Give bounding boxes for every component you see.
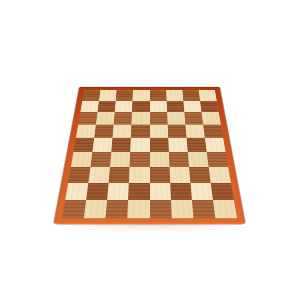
board-square-r7c5 — [150, 167, 170, 183]
board-square-r9c5 — [150, 200, 172, 218]
board-square-r9c1 — [62, 200, 86, 218]
board-square-r1c4 — [133, 90, 150, 101]
board-square-r9c8 — [213, 200, 237, 218]
board-square-r3c5 — [150, 112, 168, 124]
board-square-r2c8 — [200, 101, 219, 113]
board-square-r9c6 — [171, 200, 194, 218]
board-square-r3c3 — [114, 112, 132, 124]
board-square-r7c2 — [88, 167, 110, 183]
board-square-r7c6 — [169, 167, 190, 183]
board-square-r2c3 — [115, 101, 133, 113]
board-grid — [62, 90, 237, 219]
board-square-r5c3 — [111, 138, 131, 152]
board-square-r8c8 — [211, 183, 234, 200]
board-square-r4c7 — [185, 125, 205, 138]
board-square-r5c8 — [205, 138, 226, 152]
board-square-r9c4 — [128, 200, 150, 218]
board-square-r1c7 — [182, 90, 200, 101]
board-perspective-wrap — [54, 87, 245, 224]
board-square-r1c3 — [116, 90, 133, 101]
board-square-r1c2 — [99, 90, 117, 101]
board-square-r2c4 — [132, 101, 149, 113]
board-square-r8c6 — [170, 183, 192, 200]
board-square-r5c4 — [130, 138, 149, 152]
board-square-r8c7 — [190, 183, 213, 200]
board-square-r2c2 — [98, 101, 116, 113]
board-square-r6c6 — [169, 152, 189, 167]
board-square-r6c8 — [207, 152, 229, 167]
board-square-r6c7 — [188, 152, 209, 167]
product-photo-empty-chessboard — [0, 0, 300, 300]
board-square-r5c5 — [150, 138, 169, 152]
board-square-r1c5 — [150, 90, 167, 101]
board-square-r2c6 — [166, 101, 184, 113]
board-square-r2c7 — [183, 101, 201, 113]
board-square-r3c2 — [96, 112, 115, 124]
board-square-r5c2 — [92, 138, 112, 152]
board-square-r8c4 — [128, 183, 149, 200]
board-square-r7c3 — [109, 167, 130, 183]
board-square-r5c7 — [186, 138, 206, 152]
board-square-r9c7 — [192, 200, 215, 218]
board-square-r4c3 — [113, 125, 132, 138]
board-square-r1c8 — [199, 90, 217, 101]
board-square-r6c4 — [130, 152, 150, 167]
board-square-r6c1 — [71, 152, 93, 167]
board-square-r7c7 — [189, 167, 211, 183]
board-square-r4c2 — [94, 125, 114, 138]
board-square-r3c1 — [78, 112, 97, 124]
board-square-r4c8 — [203, 125, 223, 138]
board-square-r1c6 — [166, 90, 183, 101]
board-square-r9c2 — [84, 200, 107, 218]
board-square-r3c6 — [167, 112, 185, 124]
board-square-r8c3 — [107, 183, 129, 200]
board-square-r7c8 — [208, 167, 230, 183]
board-square-r6c5 — [150, 152, 170, 167]
board-square-r2c5 — [150, 101, 167, 113]
board-square-r3c4 — [132, 112, 150, 124]
board-square-r8c5 — [150, 183, 171, 200]
board-square-r5c6 — [168, 138, 188, 152]
board-square-r4c6 — [167, 125, 186, 138]
board-square-r6c3 — [110, 152, 130, 167]
board-square-r9c3 — [106, 200, 129, 218]
board-square-r4c5 — [150, 125, 168, 138]
board-square-r6c2 — [91, 152, 112, 167]
board-square-r1c1 — [82, 90, 100, 101]
board-square-r4c4 — [131, 125, 149, 138]
board-square-r3c8 — [201, 112, 220, 124]
board-square-r7c1 — [68, 167, 90, 183]
board-square-r4c1 — [76, 125, 96, 138]
board-square-r5c1 — [73, 138, 94, 152]
board-square-r8c2 — [86, 183, 109, 200]
board-square-r3c7 — [184, 112, 203, 124]
board-square-r8c1 — [65, 183, 88, 200]
board-square-r2c1 — [80, 101, 99, 113]
board-frame — [54, 87, 245, 224]
board-square-r7c4 — [129, 167, 149, 183]
